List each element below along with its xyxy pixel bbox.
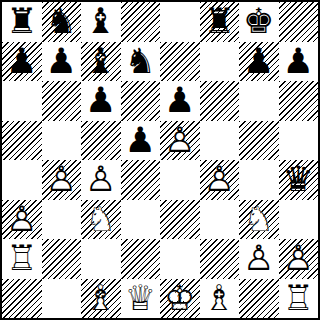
square-f2[interactable] — [200, 239, 240, 279]
piece-black-pawn-icon[interactable]: ♟ — [2, 42, 42, 82]
piece-white-pawn-icon[interactable]: ♟♙ — [200, 160, 240, 200]
square-c6[interactable]: ♟ — [81, 81, 121, 121]
white-pawn-outline: ♙ — [160, 121, 200, 161]
square-d7[interactable]: ♞ — [121, 42, 161, 82]
square-b4[interactable]: ♟♙ — [42, 160, 82, 200]
square-h8[interactable] — [279, 2, 319, 42]
square-f3[interactable] — [200, 200, 240, 240]
piece-white-rook-icon[interactable]: ♜♖ — [279, 279, 319, 319]
piece-white-king-icon[interactable]: ♚♔ — [160, 279, 200, 319]
square-h2[interactable]: ♟♙ — [279, 239, 319, 279]
square-b7[interactable]: ♟ — [42, 42, 82, 82]
square-h6[interactable] — [279, 81, 319, 121]
square-h5[interactable] — [279, 121, 319, 161]
square-a4[interactable] — [2, 160, 42, 200]
piece-white-bishop-icon[interactable]: ♝♗ — [81, 279, 121, 319]
white-pawn-outline: ♙ — [200, 160, 240, 200]
square-d2[interactable] — [121, 239, 161, 279]
piece-white-bishop-icon[interactable]: ♝♗ — [200, 279, 240, 319]
square-g8[interactable]: ♚ — [239, 2, 279, 42]
square-h7[interactable]: ♟ — [279, 42, 319, 82]
piece-black-pawn-icon[interactable]: ♟ — [81, 81, 121, 121]
square-h3[interactable] — [279, 200, 319, 240]
white-knight-outline: ♘ — [81, 200, 121, 240]
piece-white-knight-icon[interactable]: ♞♘ — [81, 200, 121, 240]
square-f4[interactable]: ♟♙ — [200, 160, 240, 200]
piece-black-knight-icon[interactable]: ♞ — [42, 2, 82, 42]
square-e8[interactable] — [160, 2, 200, 42]
white-king-outline: ♔ — [160, 279, 200, 319]
square-a7[interactable]: ♟ — [2, 42, 42, 82]
square-f6[interactable] — [200, 81, 240, 121]
piece-black-knight-icon[interactable]: ♞ — [121, 42, 161, 82]
piece-black-pawn-icon[interactable]: ♟ — [121, 121, 161, 161]
piece-white-pawn-icon[interactable]: ♟♙ — [160, 121, 200, 161]
square-g6[interactable] — [239, 81, 279, 121]
piece-black-bishop-icon[interactable]: ♝ — [81, 2, 121, 42]
square-g2[interactable]: ♟♙ — [239, 239, 279, 279]
piece-black-pawn-icon[interactable]: ♟ — [279, 42, 319, 82]
piece-black-pawn-icon[interactable]: ♟ — [42, 42, 82, 82]
white-rook-outline: ♖ — [2, 239, 42, 279]
white-rook-outline: ♖ — [279, 279, 319, 319]
square-b6[interactable] — [42, 81, 82, 121]
square-b3[interactable] — [42, 200, 82, 240]
square-h1[interactable]: ♜♖ — [279, 279, 319, 319]
square-e1[interactable]: ♚♔ — [160, 279, 200, 319]
square-e3[interactable] — [160, 200, 200, 240]
piece-white-pawn-icon[interactable]: ♟♙ — [42, 160, 82, 200]
square-g3[interactable]: ♞♘ — [239, 200, 279, 240]
piece-white-pawn-icon[interactable]: ♟♙ — [2, 200, 42, 240]
square-b2[interactable] — [42, 239, 82, 279]
square-c4[interactable]: ♟♙ — [81, 160, 121, 200]
square-e6[interactable]: ♟ — [160, 81, 200, 121]
square-a5[interactable] — [2, 121, 42, 161]
piece-black-queen-icon[interactable]: ♛ — [279, 160, 319, 200]
chess-board: ♜♞♝♜♚♟♟♝♞♟♟♟♟♟♟♙♟♙♟♙♟♙♛♟♙♞♘♞♘♜♖♟♙♟♙♝♗♛♕♚… — [0, 0, 320, 320]
square-c7[interactable]: ♝ — [81, 42, 121, 82]
square-g1[interactable] — [239, 279, 279, 319]
white-queen-outline: ♕ — [121, 279, 161, 319]
square-g4[interactable] — [239, 160, 279, 200]
square-d3[interactable] — [121, 200, 161, 240]
piece-white-queen-icon[interactable]: ♛♕ — [121, 279, 161, 319]
square-a8[interactable]: ♜ — [2, 2, 42, 42]
square-g7[interactable]: ♟ — [239, 42, 279, 82]
piece-white-rook-icon[interactable]: ♜♖ — [2, 239, 42, 279]
piece-white-pawn-icon[interactable]: ♟♙ — [81, 160, 121, 200]
piece-black-rook-icon[interactable]: ♜ — [200, 2, 240, 42]
square-d8[interactable] — [121, 2, 161, 42]
white-pawn-outline: ♙ — [279, 239, 319, 279]
square-b5[interactable] — [42, 121, 82, 161]
square-c2[interactable] — [81, 239, 121, 279]
white-pawn-outline: ♙ — [2, 200, 42, 240]
piece-white-knight-icon[interactable]: ♞♘ — [239, 200, 279, 240]
piece-white-pawn-icon[interactable]: ♟♙ — [239, 239, 279, 279]
square-d4[interactable] — [121, 160, 161, 200]
white-pawn-outline: ♙ — [239, 239, 279, 279]
square-e4[interactable] — [160, 160, 200, 200]
square-d5[interactable]: ♟ — [121, 121, 161, 161]
square-c5[interactable] — [81, 121, 121, 161]
piece-black-rook-icon[interactable]: ♜ — [2, 2, 42, 42]
piece-black-pawn-icon[interactable]: ♟ — [160, 81, 200, 121]
square-c8[interactable]: ♝ — [81, 2, 121, 42]
square-e2[interactable] — [160, 239, 200, 279]
square-f5[interactable] — [200, 121, 240, 161]
square-e7[interactable] — [160, 42, 200, 82]
piece-white-pawn-icon[interactable]: ♟♙ — [279, 239, 319, 279]
white-pawn-outline: ♙ — [42, 160, 82, 200]
piece-black-bishop-icon[interactable]: ♝ — [81, 42, 121, 82]
square-b8[interactable]: ♞ — [42, 2, 82, 42]
piece-black-pawn-icon[interactable]: ♟ — [239, 42, 279, 82]
square-h4[interactable]: ♛ — [279, 160, 319, 200]
square-d6[interactable] — [121, 81, 161, 121]
square-f7[interactable] — [200, 42, 240, 82]
square-a2[interactable]: ♜♖ — [2, 239, 42, 279]
white-pawn-outline: ♙ — [81, 160, 121, 200]
white-bishop-outline: ♗ — [200, 279, 240, 319]
square-a6[interactable] — [2, 81, 42, 121]
piece-black-king-icon[interactable]: ♚ — [239, 2, 279, 42]
square-g5[interactable] — [239, 121, 279, 161]
square-b1[interactable] — [42, 279, 82, 319]
square-f1[interactable]: ♝♗ — [200, 279, 240, 319]
square-c1[interactable]: ♝♗ — [81, 279, 121, 319]
square-c3[interactable]: ♞♘ — [81, 200, 121, 240]
square-a3[interactable]: ♟♙ — [2, 200, 42, 240]
white-knight-outline: ♘ — [239, 200, 279, 240]
white-bishop-outline: ♗ — [81, 279, 121, 319]
square-a1[interactable] — [2, 279, 42, 319]
square-d1[interactable]: ♛♕ — [121, 279, 161, 319]
square-e5[interactable]: ♟♙ — [160, 121, 200, 161]
square-f8[interactable]: ♜ — [200, 2, 240, 42]
